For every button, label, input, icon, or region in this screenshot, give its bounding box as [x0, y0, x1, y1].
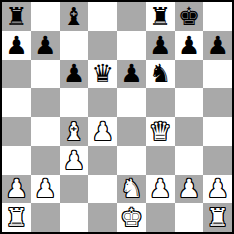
- square-e6[interactable]: ♟: [117, 60, 146, 89]
- square-g2[interactable]: ♟: [175, 175, 204, 204]
- square-e7[interactable]: [117, 31, 146, 60]
- square-h1[interactable]: ♜: [203, 203, 232, 232]
- square-c8[interactable]: ♝: [60, 2, 89, 31]
- square-b5[interactable]: [31, 88, 60, 117]
- square-e3[interactable]: [117, 146, 146, 175]
- square-f6[interactable]: ♞: [146, 60, 175, 89]
- square-f4[interactable]: ♛: [146, 117, 175, 146]
- square-g4[interactable]: [175, 117, 204, 146]
- square-b4[interactable]: [31, 117, 60, 146]
- square-a5[interactable]: [2, 88, 31, 117]
- square-a2[interactable]: ♟: [2, 175, 31, 204]
- black-queen-piece[interactable]: ♛: [91, 61, 113, 86]
- square-c2[interactable]: [60, 175, 89, 204]
- square-d1[interactable]: [88, 203, 117, 232]
- white-pawn-piece[interactable]: ♟: [149, 176, 171, 201]
- white-pawn-piece[interactable]: ♟: [91, 119, 113, 144]
- square-e8[interactable]: [117, 2, 146, 31]
- black-knight-piece[interactable]: ♞: [149, 61, 171, 86]
- square-f2[interactable]: ♟: [146, 175, 175, 204]
- square-f1[interactable]: [146, 203, 175, 232]
- white-pawn-piece[interactable]: ♟: [34, 176, 56, 201]
- white-knight-piece[interactable]: ♞: [120, 176, 142, 201]
- square-a7[interactable]: ♟: [2, 31, 31, 60]
- square-g3[interactable]: [175, 146, 204, 175]
- square-a8[interactable]: ♜: [2, 2, 31, 31]
- square-a3[interactable]: [2, 146, 31, 175]
- black-pawn-piece[interactable]: ♟: [149, 33, 171, 58]
- black-pawn-piece[interactable]: ♟: [178, 33, 200, 58]
- square-f7[interactable]: ♟: [146, 31, 175, 60]
- square-b2[interactable]: ♟: [31, 175, 60, 204]
- black-pawn-piece[interactable]: ♟: [34, 33, 56, 58]
- white-pawn-piece[interactable]: ♟: [63, 148, 85, 173]
- square-a1[interactable]: ♜: [2, 203, 31, 232]
- square-b7[interactable]: ♟: [31, 31, 60, 60]
- square-g5[interactable]: [175, 88, 204, 117]
- square-h2[interactable]: ♟: [203, 175, 232, 204]
- square-c3[interactable]: ♟: [60, 146, 89, 175]
- square-h6[interactable]: [203, 60, 232, 89]
- square-h5[interactable]: [203, 88, 232, 117]
- square-g1[interactable]: [175, 203, 204, 232]
- white-rook-piece[interactable]: ♜: [5, 205, 27, 230]
- black-bishop-piece[interactable]: ♝: [63, 4, 85, 29]
- square-h7[interactable]: ♟: [203, 31, 232, 60]
- square-e1[interactable]: ♚: [117, 203, 146, 232]
- square-g6[interactable]: [175, 60, 204, 89]
- square-e4[interactable]: [117, 117, 146, 146]
- square-f5[interactable]: [146, 88, 175, 117]
- square-f8[interactable]: ♜: [146, 2, 175, 31]
- square-h3[interactable]: [203, 146, 232, 175]
- white-pawn-piece[interactable]: ♟: [5, 176, 27, 201]
- black-pawn-piece[interactable]: ♟: [63, 61, 85, 86]
- white-pawn-piece[interactable]: ♟: [178, 176, 200, 201]
- square-c5[interactable]: [60, 88, 89, 117]
- square-d7[interactable]: [88, 31, 117, 60]
- square-g7[interactable]: ♟: [175, 31, 204, 60]
- white-rook-piece[interactable]: ♜: [206, 205, 228, 230]
- black-pawn-piece[interactable]: ♟: [206, 33, 228, 58]
- square-a6[interactable]: [2, 60, 31, 89]
- black-pawn-piece[interactable]: ♟: [5, 33, 27, 58]
- square-b8[interactable]: [31, 2, 60, 31]
- white-pawn-piece[interactable]: ♟: [206, 176, 228, 201]
- black-pawn-piece[interactable]: ♟: [120, 61, 142, 86]
- square-b1[interactable]: [31, 203, 60, 232]
- square-c1[interactable]: [60, 203, 89, 232]
- square-h8[interactable]: [203, 2, 232, 31]
- chess-board: ♜♝♜♚♟♟♟♟♟♟♛♟♞♝♟♛♟♟♟♞♟♟♟♜♚♜: [2, 2, 232, 232]
- square-f3[interactable]: [146, 146, 175, 175]
- square-d5[interactable]: [88, 88, 117, 117]
- white-bishop-piece[interactable]: ♝: [63, 119, 85, 144]
- square-c4[interactable]: ♝: [60, 117, 89, 146]
- square-b6[interactable]: [31, 60, 60, 89]
- square-e5[interactable]: [117, 88, 146, 117]
- square-d2[interactable]: [88, 175, 117, 204]
- chess-board-frame: ♜♝♜♚♟♟♟♟♟♟♛♟♞♝♟♛♟♟♟♞♟♟♟♜♚♜: [0, 0, 234, 234]
- square-b3[interactable]: [31, 146, 60, 175]
- square-e2[interactable]: ♞: [117, 175, 146, 204]
- square-d6[interactable]: ♛: [88, 60, 117, 89]
- square-g8[interactable]: ♚: [175, 2, 204, 31]
- square-c6[interactable]: ♟: [60, 60, 89, 89]
- square-c7[interactable]: [60, 31, 89, 60]
- square-d4[interactable]: ♟: [88, 117, 117, 146]
- square-a4[interactable]: [2, 117, 31, 146]
- square-h4[interactable]: [203, 117, 232, 146]
- square-d8[interactable]: [88, 2, 117, 31]
- square-d3[interactable]: [88, 146, 117, 175]
- white-queen-piece[interactable]: ♛: [149, 119, 171, 144]
- white-king-piece[interactable]: ♚: [120, 205, 142, 230]
- black-rook-piece[interactable]: ♜: [149, 4, 171, 29]
- black-rook-piece[interactable]: ♜: [5, 4, 27, 29]
- black-king-piece[interactable]: ♚: [178, 4, 200, 29]
